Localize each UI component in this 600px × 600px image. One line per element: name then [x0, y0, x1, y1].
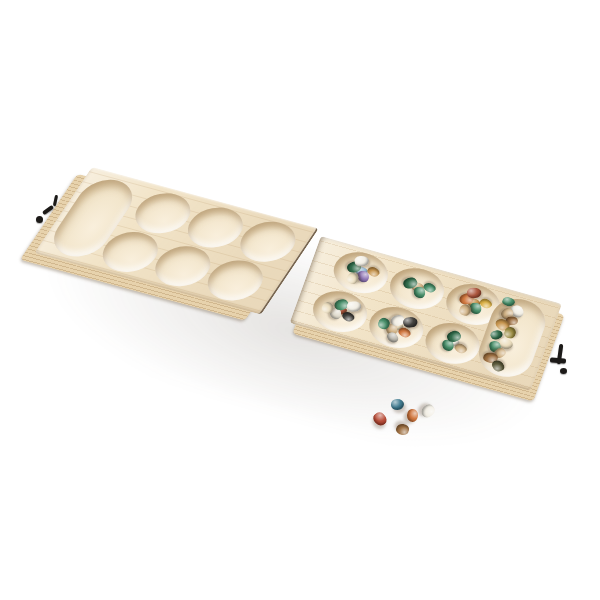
stone-black	[340, 310, 356, 323]
stone-orange	[396, 326, 412, 339]
stone-tan	[453, 342, 469, 355]
product-photo-scene	[0, 0, 600, 600]
stone-black	[402, 316, 418, 328]
stone-redbrown	[466, 287, 482, 299]
right-latch	[546, 342, 572, 380]
left-latch	[34, 194, 64, 228]
right-latch-knob	[560, 368, 567, 374]
left-latch-knob	[36, 216, 43, 223]
right-latch-cross	[550, 357, 566, 363]
stone-white	[346, 300, 362, 312]
stone-white	[353, 255, 369, 267]
left-latch-hook	[42, 205, 54, 215]
left-latch-pin	[53, 195, 58, 206]
